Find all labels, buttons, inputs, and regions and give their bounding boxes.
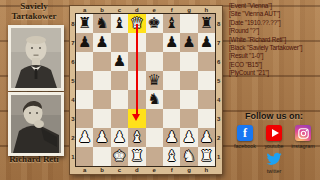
twitter-icon[interactable] (266, 152, 282, 166)
square-d3 (128, 109, 145, 128)
file-label-top-d: d (128, 6, 145, 14)
square-a6 (76, 52, 93, 71)
square-h3 (198, 109, 215, 128)
youtube-icon[interactable] (266, 125, 282, 141)
file-label-bottom-g: g (180, 166, 197, 174)
square-b5 (93, 71, 110, 90)
chess-board: abcdefgh8♜♞♝♛♚♝♜87♟♟♟♟♟76♟65♛54♞4332♟♟♟♝… (70, 6, 222, 174)
square-f3 (163, 109, 180, 128)
square-f6 (163, 52, 180, 71)
square-c3 (111, 109, 128, 128)
square-a7: ♟ (76, 33, 93, 52)
rank-label-right-4: 4 (215, 90, 222, 109)
white-bishop: ♝ (165, 149, 178, 164)
square-e6 (146, 52, 163, 71)
file-label-bottom-c: c (111, 166, 128, 174)
pgn-line-6: [Result "1-0"] (229, 52, 319, 60)
square-b8: ♞ (93, 14, 110, 33)
youtube-play-glyph (272, 129, 279, 137)
black-pawn: ♟ (78, 35, 91, 50)
black-pawn: ♟ (200, 35, 213, 50)
pgn-line-1: [Site "Vienna AUT"] (229, 10, 319, 18)
tartakower-portrait (8, 25, 64, 91)
white-pawn: ♟ (113, 130, 126, 145)
square-h5 (198, 71, 215, 90)
file-label-top-a: a (76, 6, 93, 14)
black-pawn: ♟ (165, 35, 178, 50)
file-label-bottom-h: h (198, 166, 215, 174)
white-pawn: ♟ (200, 130, 213, 145)
white-knight: ♞ (182, 149, 195, 164)
black-rook: ♜ (78, 16, 91, 31)
black-knight: ♞ (95, 16, 108, 31)
file-label-bottom-d: d (128, 166, 145, 174)
file-label-top-c: c (111, 6, 128, 14)
rank-label-right-6: 6 (215, 52, 222, 71)
rank-label-right-5: 5 (215, 71, 222, 90)
square-a8: ♜ (76, 14, 93, 33)
square-h4 (198, 90, 215, 109)
file-label-top-f: f (163, 6, 180, 14)
square-c6: ♟ (111, 52, 128, 71)
black-player-last-name: Tartakower (0, 11, 68, 21)
tartakower-photo-art (11, 28, 61, 88)
youtube-label: youtube (264, 143, 283, 149)
facebook-icon[interactable]: f (237, 125, 253, 141)
white-player-name: Richard Reti (0, 154, 68, 164)
square-d7 (128, 33, 145, 52)
youtube-link[interactable]: youtube (260, 125, 288, 149)
square-g7: ♟ (180, 33, 197, 52)
instagram-label: instagram (291, 143, 315, 149)
square-b4 (93, 90, 110, 109)
square-d5 (128, 71, 145, 90)
reti-portrait (8, 92, 64, 156)
square-e4: ♞ (146, 90, 163, 109)
white-pawn: ♟ (165, 130, 178, 145)
black-queen: ♛ (148, 73, 161, 88)
instagram-link[interactable]: instagram (289, 125, 317, 149)
square-g6 (180, 52, 197, 71)
square-b3 (93, 109, 110, 128)
square-h6 (198, 52, 215, 71)
square-a2: ♟ (76, 128, 93, 147)
rank-label-right-7: 7 (215, 33, 222, 52)
white-pawn: ♟ (95, 130, 108, 145)
square-c2: ♟ (111, 128, 128, 147)
square-f4 (163, 90, 180, 109)
square-f1: ♝ (163, 147, 180, 166)
facebook-link[interactable]: f facebook (231, 125, 259, 149)
file-label-top-e: e (146, 6, 163, 14)
square-b7: ♟ (93, 33, 110, 52)
square-a1 (76, 147, 93, 166)
square-h7: ♟ (198, 33, 215, 52)
rank-label-right-2: 2 (215, 128, 222, 147)
square-b2: ♟ (93, 128, 110, 147)
white-king: ♚ (113, 149, 126, 164)
rank-label-right-3: 3 (215, 109, 222, 128)
square-b6 (93, 52, 110, 71)
file-label-bottom-b: b (93, 166, 110, 174)
square-g8 (180, 14, 197, 33)
file-label-top-b: b (93, 6, 110, 14)
white-rook: ♜ (130, 149, 143, 164)
square-e3 (146, 109, 163, 128)
black-pawn: ♟ (182, 35, 195, 50)
square-d4 (128, 90, 145, 109)
file-label-bottom-e: e (146, 166, 163, 174)
square-g2: ♟ (180, 128, 197, 147)
rank-label-right-1: 1 (215, 147, 222, 166)
file-label-bottom-a: a (76, 166, 93, 174)
black-player-name: Saviely Tartakower (0, 1, 68, 21)
square-d2: ♝ (128, 128, 145, 147)
pgn-line-2: [Date "1910.??.??"] (229, 19, 319, 27)
twitter-label: twitter (267, 168, 281, 174)
reti-photo-art (11, 95, 61, 153)
rank-label-right-8: 8 (215, 14, 222, 33)
square-g4 (180, 90, 197, 109)
pgn-line-4: [White "Richard Reti"] (229, 36, 319, 44)
square-c7 (111, 33, 128, 52)
instagram-camera-glyph (298, 128, 309, 139)
white-rook: ♜ (200, 149, 213, 164)
black-player-first-name: Saviely (0, 1, 68, 11)
pgn-line-8: [PlyCount "21"] (229, 69, 319, 77)
square-b1 (93, 147, 110, 166)
black-pawn: ♟ (95, 35, 108, 50)
white-queen: ♛ (130, 16, 143, 31)
square-e8: ♚ (146, 14, 163, 33)
twitter-link[interactable]: twitter (231, 152, 317, 174)
video-thumbnail: Saviely Tartakower (0, 0, 320, 180)
square-g3 (180, 109, 197, 128)
pgn-line-7: [ECO "B15"] (229, 61, 319, 69)
square-a5 (76, 71, 93, 90)
black-pawn: ♟ (113, 54, 126, 69)
black-king: ♚ (148, 16, 161, 31)
square-d6 (128, 52, 145, 71)
board-frame-corner (215, 166, 222, 174)
pgn-header-panel: [Event "Vienna"][Site "Vienna AUT"][Date… (229, 2, 319, 78)
square-h1: ♜ (198, 147, 215, 166)
square-a3 (76, 109, 93, 128)
square-c4 (111, 90, 128, 109)
board-frame-corner (215, 6, 222, 14)
square-g1: ♞ (180, 147, 197, 166)
pgn-line-0: [Event "Vienna"] (229, 2, 319, 10)
square-h2: ♟ (198, 128, 215, 147)
square-g5 (180, 71, 197, 90)
square-e7 (146, 33, 163, 52)
square-f8: ♝ (163, 14, 180, 33)
square-d8: ♛ (128, 14, 145, 33)
square-f2: ♟ (163, 128, 180, 147)
black-bishop: ♝ (113, 16, 126, 31)
square-c5 (111, 71, 128, 90)
social-icons-row: f facebook youtube instagram (231, 125, 317, 149)
black-rook: ♜ (200, 16, 213, 31)
white-pawn: ♟ (182, 130, 195, 145)
square-e1 (146, 147, 163, 166)
square-h8: ♜ (198, 14, 215, 33)
file-label-bottom-f: f (163, 166, 180, 174)
black-knight: ♞ (148, 92, 161, 107)
pgn-line-5: [Black "Saviely Tartakower"] (229, 44, 319, 52)
pgn-line-3: [Round "?"] (229, 27, 319, 35)
instagram-icon[interactable] (295, 125, 311, 141)
file-label-top-h: h (198, 6, 215, 14)
square-f7: ♟ (163, 33, 180, 52)
square-d1: ♜ (128, 147, 145, 166)
square-c8: ♝ (111, 14, 128, 33)
white-bishop: ♝ (130, 130, 143, 145)
black-bishop: ♝ (165, 16, 178, 31)
square-a4 (76, 90, 93, 109)
square-e5: ♛ (146, 71, 163, 90)
square-c1: ♚ (111, 147, 128, 166)
white-player-full-name: Richard Reti (0, 154, 68, 164)
square-e2 (146, 128, 163, 147)
white-pawn: ♟ (78, 130, 91, 145)
follow-us-heading: Follow us on: (230, 111, 318, 121)
square-f5 (163, 71, 180, 90)
facebook-label: facebook (234, 143, 256, 149)
file-label-top-g: g (180, 6, 197, 14)
